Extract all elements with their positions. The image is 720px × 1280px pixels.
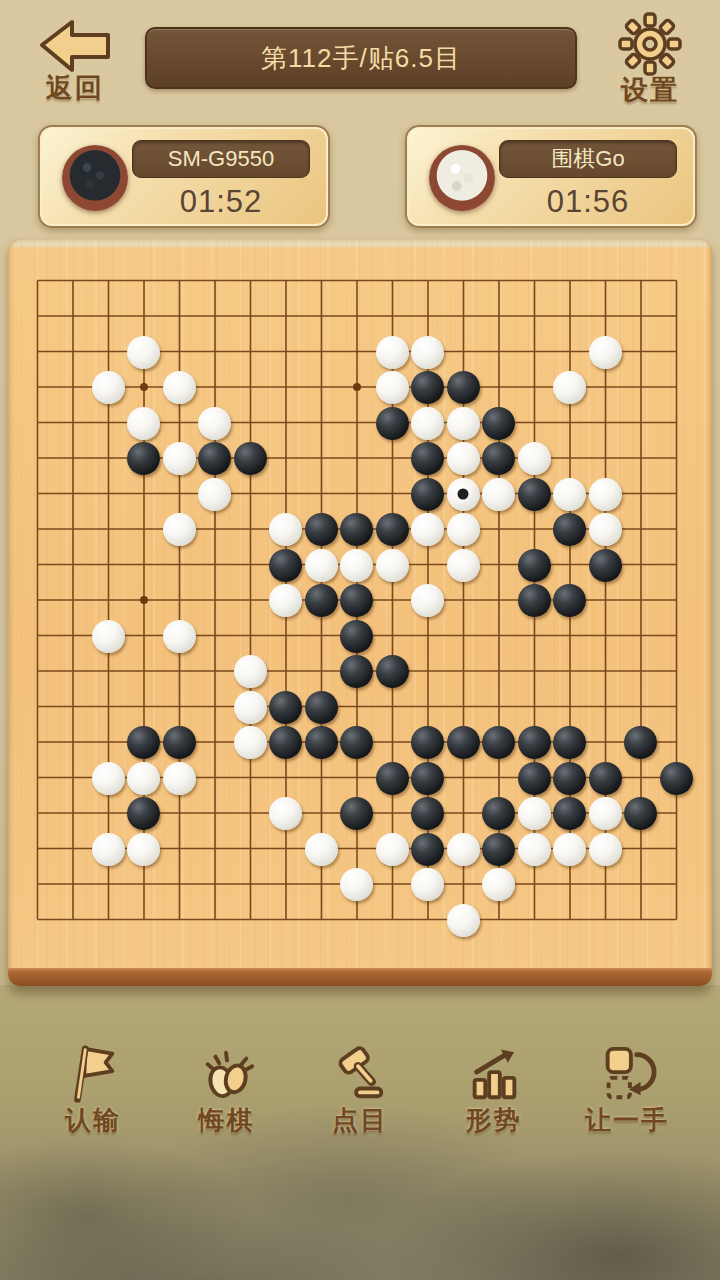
settings-button[interactable]: 设置 — [608, 12, 692, 108]
count-button[interactable]: 点目 — [301, 1043, 419, 1138]
stone-white — [376, 833, 409, 866]
resign-label: 认输 — [34, 1103, 152, 1138]
trend-chart-icon — [462, 1043, 526, 1105]
stone-black — [553, 726, 586, 759]
stone-white — [553, 833, 586, 866]
stone-black — [340, 655, 373, 688]
back-arrow-icon — [36, 18, 114, 74]
stone-black — [376, 513, 409, 546]
stone-black — [340, 584, 373, 617]
stone-white — [269, 584, 302, 617]
stone-black — [482, 833, 515, 866]
stone-white — [447, 407, 480, 440]
stone-black — [518, 584, 551, 617]
stone-white — [589, 513, 622, 546]
stone-black — [163, 726, 196, 759]
stone-white — [340, 868, 373, 901]
stone-white — [127, 336, 160, 369]
bottom-toolbar: 认输 悔棋 点目 形势 — [0, 1043, 720, 1138]
stone-black — [376, 407, 409, 440]
stone-black — [553, 762, 586, 795]
stone-black — [340, 797, 373, 830]
stone-white — [269, 513, 302, 546]
stone-white — [447, 833, 480, 866]
stone-black — [198, 442, 231, 475]
pass-one-label: 让一手 — [568, 1103, 686, 1138]
stone-white — [127, 833, 160, 866]
stone-white — [553, 478, 586, 511]
stone-black — [482, 407, 515, 440]
black-clock: 01:52 — [132, 184, 310, 220]
analysis-button[interactable]: 形势 — [435, 1043, 553, 1138]
undo-button[interactable]: 悔棋 — [168, 1043, 286, 1138]
stone-black — [269, 691, 302, 724]
stone-white — [269, 797, 302, 830]
white-flag-icon — [61, 1043, 125, 1105]
stone-white — [234, 655, 267, 688]
stone-black — [660, 762, 693, 795]
stone-black — [553, 513, 586, 546]
player-panel-white: 围棋Go 01:56 — [405, 125, 697, 228]
go-board[interactable] — [8, 238, 712, 986]
stone-white — [163, 762, 196, 795]
stone-white — [163, 442, 196, 475]
stone-black — [447, 371, 480, 404]
stone-white — [92, 371, 125, 404]
stone-white — [305, 833, 338, 866]
stone-white — [553, 371, 586, 404]
white-player-name: 围棋Go — [551, 144, 624, 174]
stone-white — [163, 513, 196, 546]
stone-black — [127, 726, 160, 759]
white-stones-bowl-avatar — [429, 145, 495, 211]
black-name-plate: SM-G9550 — [132, 140, 310, 178]
stone-white — [411, 584, 444, 617]
stone-white — [340, 549, 373, 582]
stone-white-last-move — [447, 478, 480, 511]
stone-black — [376, 762, 409, 795]
stone-black — [518, 726, 551, 759]
stone-white — [518, 833, 551, 866]
stone-white — [482, 868, 515, 901]
pass-one-button[interactable]: 让一手 — [568, 1043, 686, 1138]
count-label: 点目 — [301, 1103, 419, 1138]
stone-white — [411, 513, 444, 546]
stone-white — [376, 371, 409, 404]
stone-black — [482, 726, 515, 759]
stone-black — [411, 726, 444, 759]
stone-white — [447, 549, 480, 582]
stone-white — [234, 691, 267, 724]
stone-white — [127, 762, 160, 795]
stone-black — [269, 726, 302, 759]
stone-white — [518, 442, 551, 475]
stone-white — [376, 549, 409, 582]
move-info-text: 第112手/贴6.5目 — [261, 41, 461, 76]
stone-black — [305, 726, 338, 759]
stone-black — [518, 762, 551, 795]
back-button[interactable]: 返回 — [30, 18, 120, 106]
stones-layer — [19, 264, 694, 939]
stone-white — [589, 336, 622, 369]
stone-black — [340, 726, 373, 759]
stone-white — [447, 442, 480, 475]
resign-button[interactable]: 认输 — [34, 1043, 152, 1138]
stone-black — [553, 584, 586, 617]
stone-black — [482, 442, 515, 475]
go-app-screen: { "header": { "back_label": "返回", "title… — [0, 0, 720, 1280]
stone-white — [92, 762, 125, 795]
stone-black — [411, 371, 444, 404]
stone-white — [198, 478, 231, 511]
black-stones-bowl-avatar — [62, 145, 128, 211]
stone-black — [411, 478, 444, 511]
stone-black — [411, 833, 444, 866]
stone-black — [482, 797, 515, 830]
stone-black — [234, 442, 267, 475]
stone-black — [305, 584, 338, 617]
stone-white — [589, 478, 622, 511]
stone-white — [127, 407, 160, 440]
player-panel-black: SM-G9550 01:52 — [38, 125, 330, 228]
stone-white — [163, 371, 196, 404]
gavel-icon — [328, 1043, 392, 1105]
stone-black — [518, 549, 551, 582]
stone-white — [411, 336, 444, 369]
stone-white — [163, 620, 196, 653]
stone-black — [305, 691, 338, 724]
stone-black — [376, 655, 409, 688]
stone-white — [234, 726, 267, 759]
undo-label: 悔棋 — [168, 1103, 286, 1138]
stone-white — [518, 797, 551, 830]
gear-icon — [617, 12, 683, 76]
stone-black — [589, 762, 622, 795]
stone-black — [305, 513, 338, 546]
undo-stones-icon — [195, 1043, 259, 1105]
stone-black — [127, 442, 160, 475]
stone-black — [340, 513, 373, 546]
stone-white — [376, 336, 409, 369]
stone-white — [411, 407, 444, 440]
stone-white — [305, 549, 338, 582]
stone-black — [624, 797, 657, 830]
stone-white — [447, 904, 480, 937]
stone-black — [553, 797, 586, 830]
stone-black — [518, 478, 551, 511]
stone-white — [589, 797, 622, 830]
back-label: 返回 — [30, 70, 120, 106]
move-info-bar: 第112手/贴6.5目 — [145, 27, 577, 89]
stone-white — [92, 833, 125, 866]
stone-black — [624, 726, 657, 759]
stone-black — [127, 797, 160, 830]
white-name-plate: 围棋Go — [499, 140, 677, 178]
stone-white — [447, 513, 480, 546]
stone-white — [589, 833, 622, 866]
white-clock: 01:56 — [499, 184, 677, 220]
stone-black — [411, 442, 444, 475]
stone-white — [411, 868, 444, 901]
stone-black — [589, 549, 622, 582]
stone-white — [198, 407, 231, 440]
black-player-name: SM-G9550 — [168, 146, 274, 172]
pass-move-icon — [595, 1043, 659, 1105]
stone-black — [447, 726, 480, 759]
stone-white — [482, 478, 515, 511]
settings-label: 设置 — [608, 72, 692, 108]
stone-black — [411, 762, 444, 795]
stone-black — [269, 549, 302, 582]
analysis-label: 形势 — [435, 1103, 553, 1138]
stone-black — [411, 797, 444, 830]
stone-white — [92, 620, 125, 653]
stone-black — [340, 620, 373, 653]
